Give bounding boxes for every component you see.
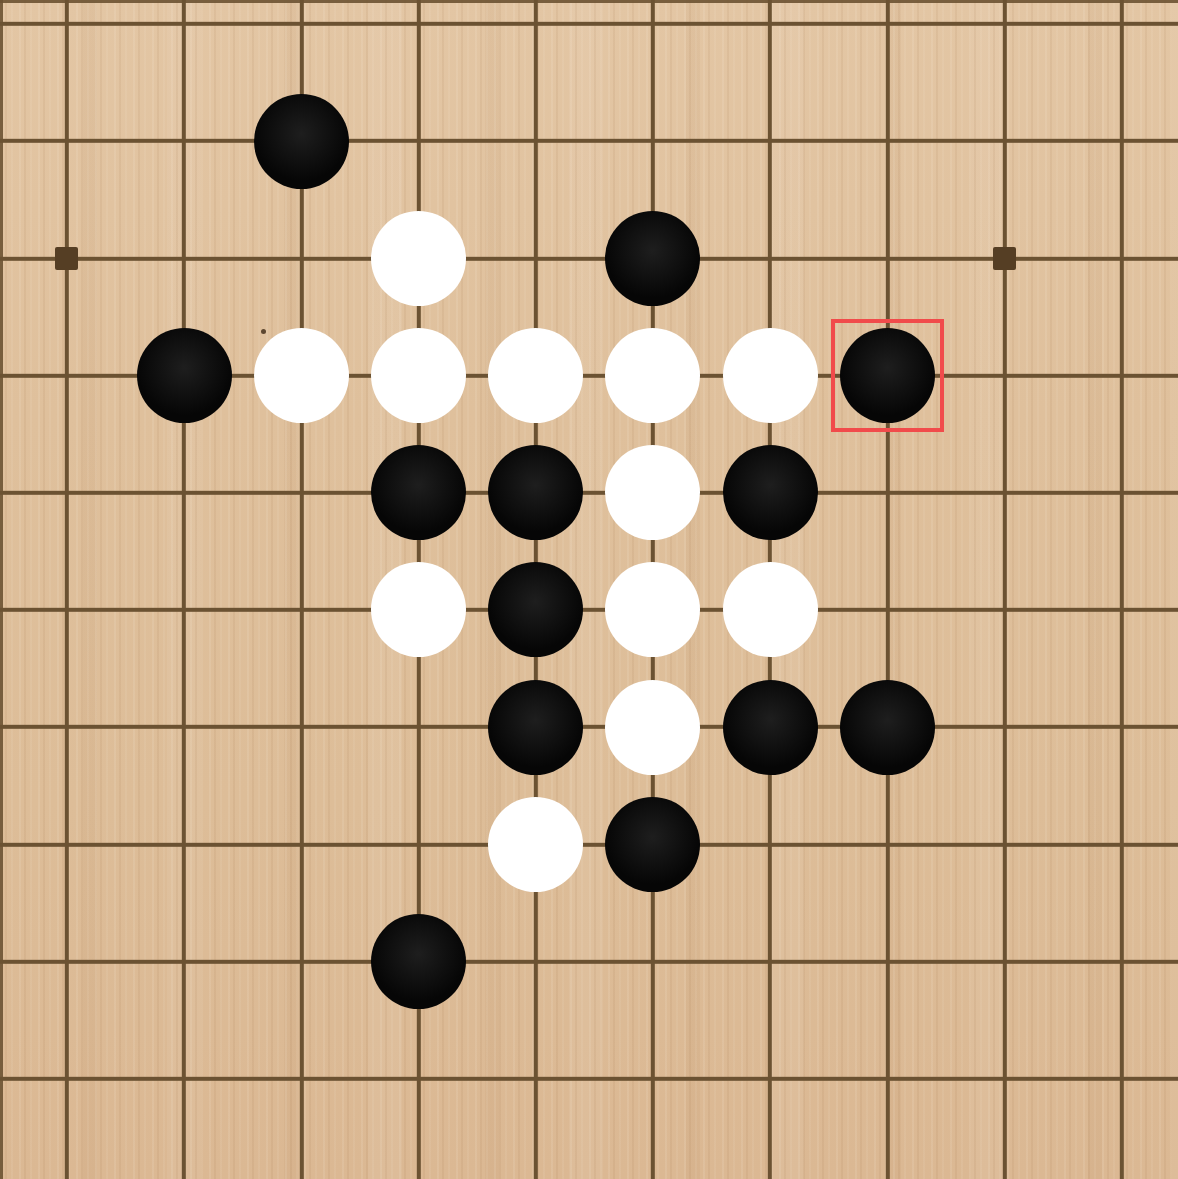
black-stone (488, 680, 583, 775)
black-stone (723, 680, 818, 775)
black-stone (488, 445, 583, 540)
white-stone (488, 328, 583, 423)
white-stone (605, 562, 700, 657)
white-stone (371, 211, 466, 306)
white-stone (723, 562, 818, 657)
black-stone (840, 680, 935, 775)
black-stone (840, 328, 935, 423)
star-point (993, 247, 1016, 270)
black-stone (371, 445, 466, 540)
black-stone (488, 562, 583, 657)
black-stone (371, 914, 466, 1009)
white-stone (254, 328, 349, 423)
white-stone (488, 797, 583, 892)
board-grid (8, 0, 1178, 1137)
white-stone (371, 328, 466, 423)
black-stone (605, 211, 700, 306)
black-stone (605, 797, 700, 892)
white-stone (605, 680, 700, 775)
gomoku-app-screen (0, 0, 1178, 1179)
white-stone (605, 445, 700, 540)
star-point (55, 247, 78, 270)
black-stone (723, 445, 818, 540)
white-stone (371, 562, 466, 657)
board-left-edge-line (0, 0, 3, 1179)
white-stone (605, 328, 700, 423)
gomoku-board[interactable] (0, 0, 1178, 1179)
black-stone (137, 328, 232, 423)
white-stone (723, 328, 818, 423)
black-stone (254, 94, 349, 189)
